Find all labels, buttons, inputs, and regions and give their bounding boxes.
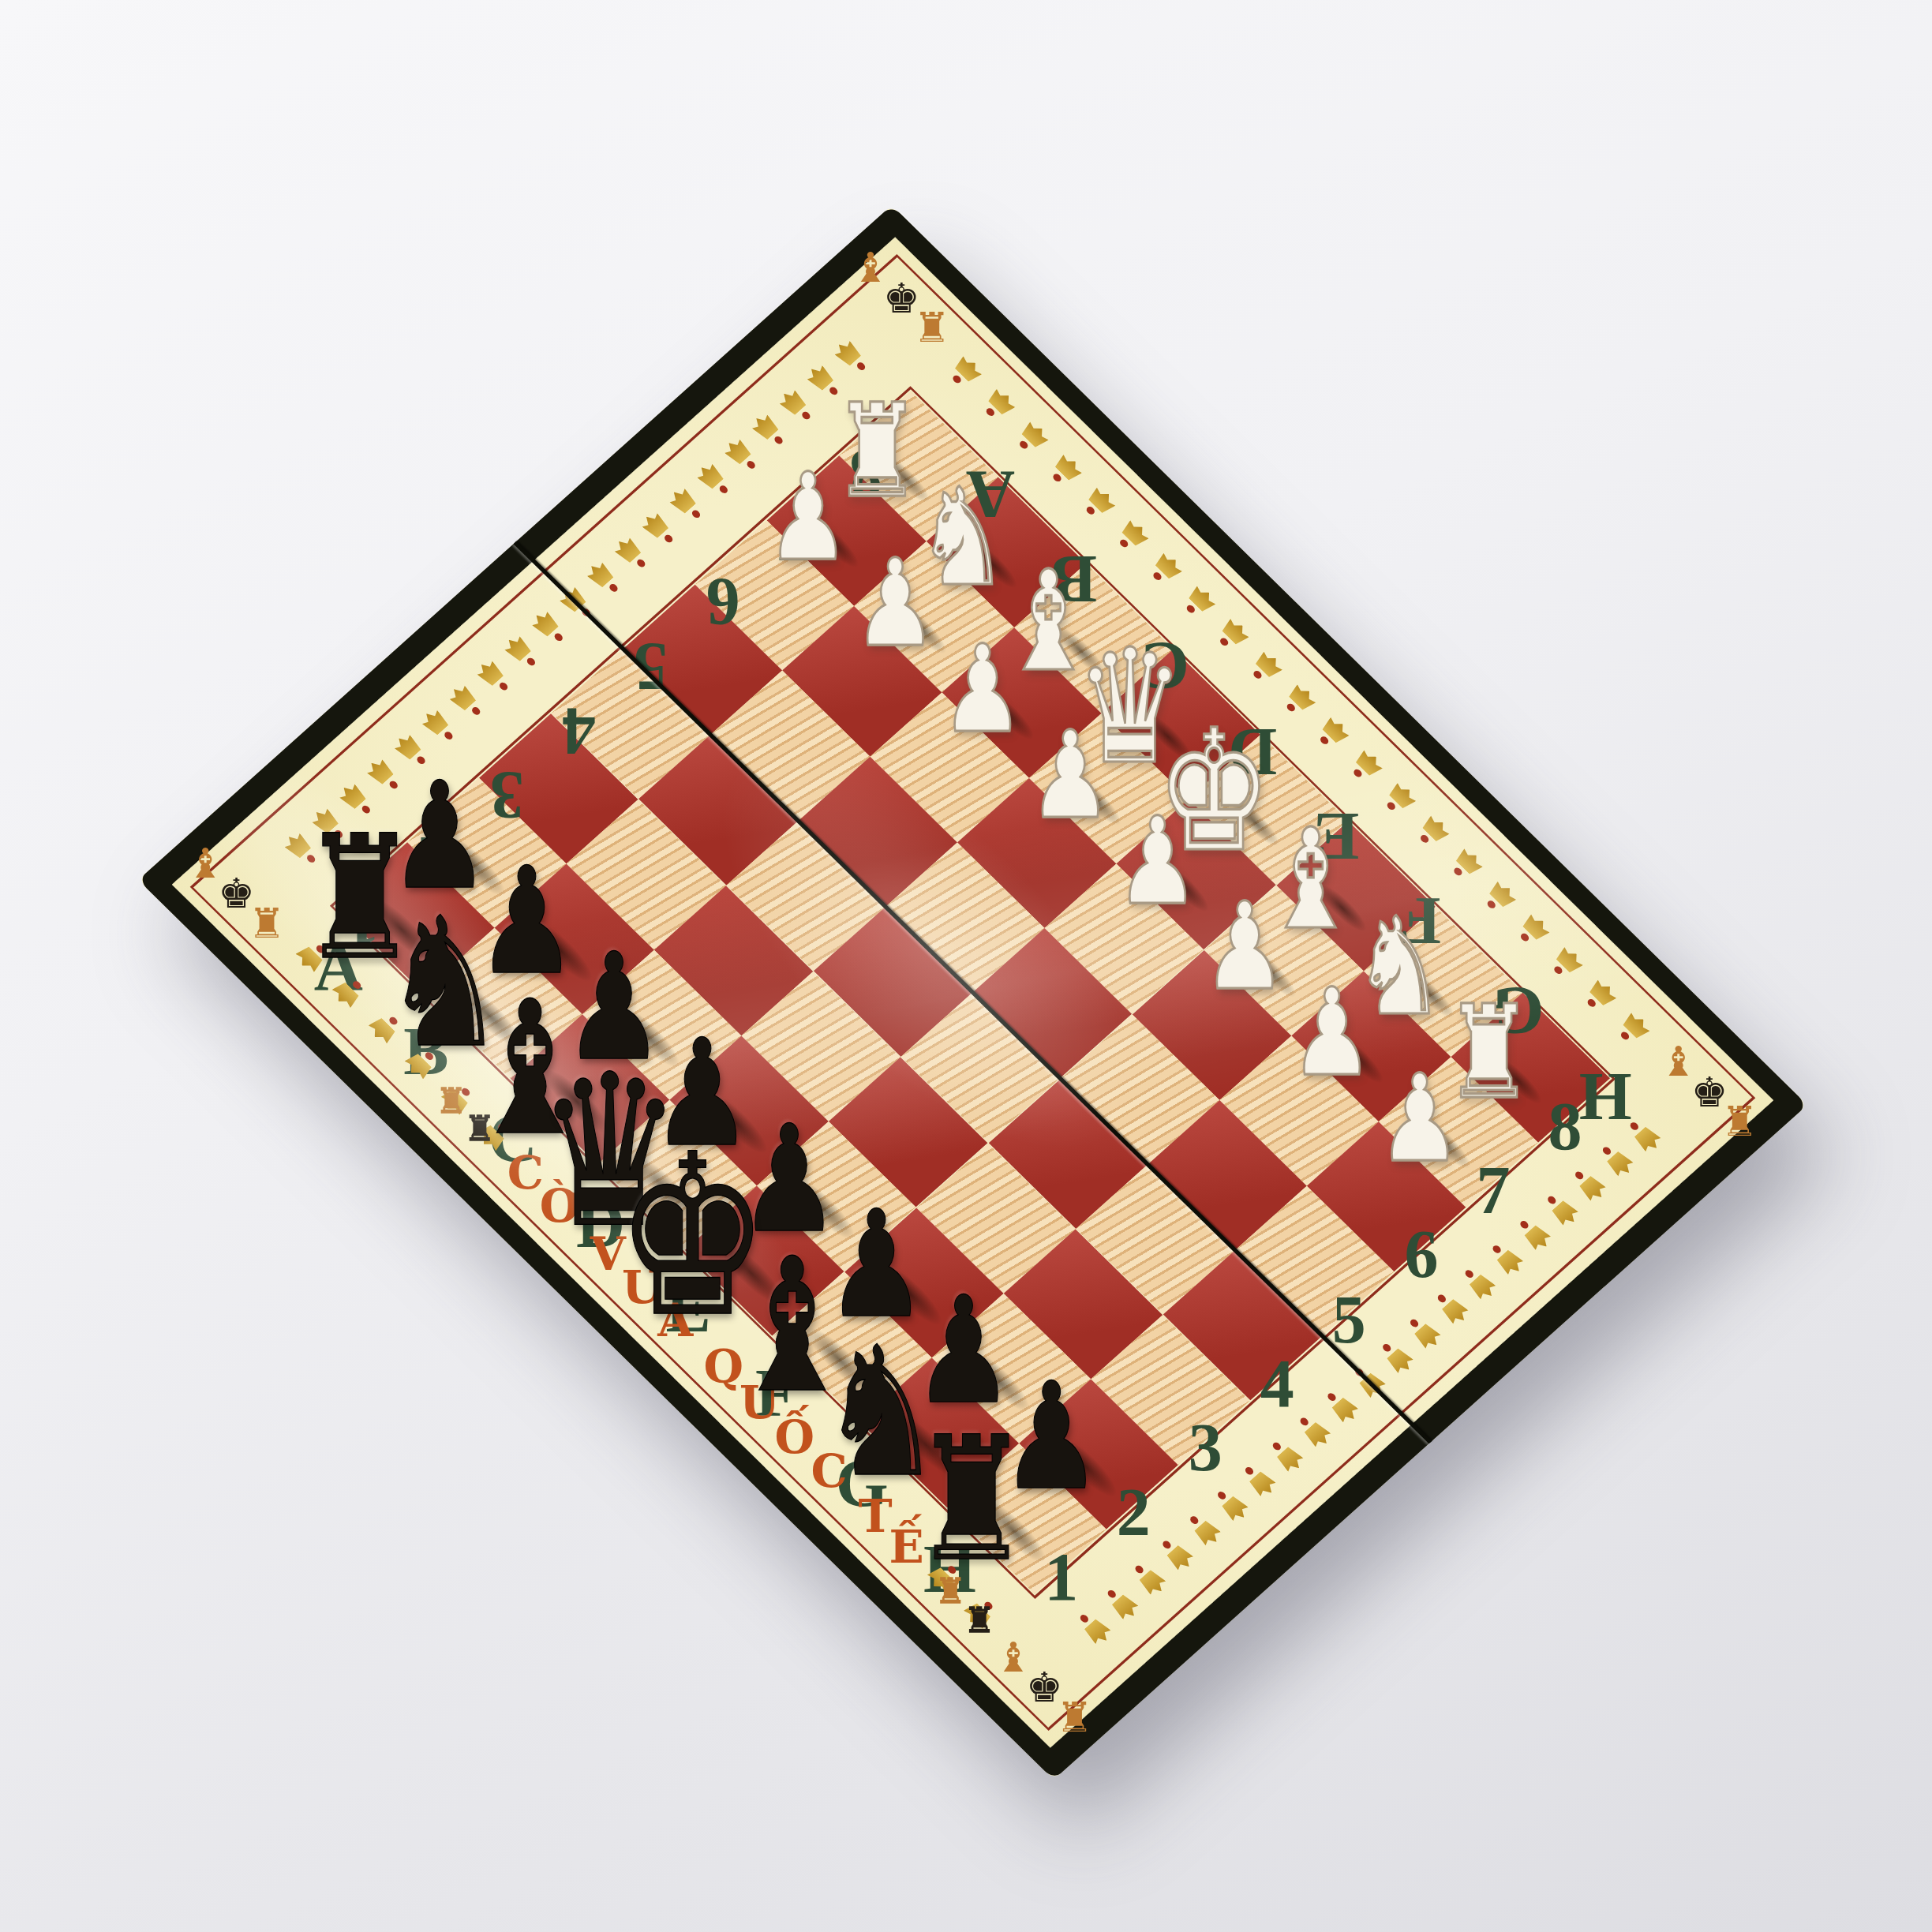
chain-dot (1079, 1613, 1090, 1623)
rook-icon: ♜ (935, 1571, 966, 1611)
title-char: U (739, 1376, 780, 1429)
chain-dot (1133, 1564, 1144, 1574)
chain-dot (1546, 1195, 1557, 1205)
chess-board: AABBCCDDEEFFGGHH1122334455667788♜♜CỜVUAQ… (138, 205, 1807, 1780)
board-shadow: AABBCCDDEEFFGGHH1122334455667788♜♜CỜVUAQ… (0, 0, 1932, 1932)
chain-dot (1216, 1490, 1227, 1500)
chain-dot (1106, 1589, 1118, 1599)
rank-label-8: 8 (1548, 1091, 1582, 1159)
rank-label-far-7: 7 (777, 504, 811, 572)
rank-label-far-2: 2 (418, 826, 452, 894)
chain-dot (1518, 1219, 1529, 1230)
corner-piece-icon: ♜ (1721, 1099, 1758, 1146)
rank-label-6: 6 (1404, 1221, 1438, 1289)
rank-label-far-3: 3 (490, 762, 524, 829)
chain-dot (1299, 1417, 1310, 1427)
rank-label-far-1: 1 (346, 891, 380, 959)
rook-icon: ♜ (436, 1080, 466, 1120)
rank-label-4: 4 (1260, 1350, 1294, 1417)
chain-dot (1381, 1342, 1392, 1353)
title-char: A (657, 1294, 693, 1347)
chain-dot (1436, 1294, 1447, 1304)
rank-label-2: 2 (1117, 1478, 1151, 1546)
rank-label-5: 5 (1332, 1285, 1366, 1353)
file-label-far-b: B (1052, 545, 1097, 612)
chain-dot (1574, 1170, 1585, 1181)
title-char: Q (704, 1341, 744, 1395)
chain-dot (1491, 1244, 1502, 1254)
title-char: C (811, 1444, 847, 1498)
title-char: T (858, 1489, 892, 1543)
chain-dot (1271, 1441, 1282, 1451)
title-char: U (622, 1260, 662, 1314)
rank-label-7: 7 (1476, 1156, 1510, 1224)
title-char: Ố (775, 1410, 815, 1464)
chain-dot (1244, 1466, 1255, 1476)
file-label-far-f: F (1400, 887, 1442, 955)
rank-label-far-6: 6 (706, 569, 739, 637)
title-char: Ế (889, 1521, 924, 1574)
file-label-far-c: C (1140, 632, 1189, 700)
chain-dot (1189, 1515, 1200, 1525)
chain-dot (1161, 1540, 1172, 1550)
rook-icon: ♜ (964, 1599, 995, 1639)
title-char: Ờ (540, 1179, 580, 1233)
title-char: C (507, 1146, 544, 1200)
file-label-far-d: D (1228, 718, 1277, 786)
corner-piece-icon: ♜ (1057, 1694, 1094, 1741)
chain-dot (1629, 1121, 1640, 1131)
file-label-far-h: H (1579, 1063, 1632, 1131)
file-label-far-g: G (1492, 977, 1544, 1045)
corner-piece-icon: ♜ (914, 305, 951, 352)
file-label-far-e: E (1314, 803, 1359, 871)
title-char: V (590, 1226, 625, 1280)
chain-dot (1409, 1318, 1420, 1328)
chain-dot (1464, 1268, 1475, 1279)
rank-label-far-8: 8 (850, 440, 884, 507)
rank-label-far-4: 4 (562, 698, 596, 766)
file-label-far-a: A (966, 460, 1015, 528)
chain-dot (1601, 1145, 1612, 1155)
chain-dot (1326, 1391, 1337, 1402)
rank-label-1: 1 (1044, 1543, 1078, 1611)
photo-backdrop: AABBCCDDEEFFGGHH1122334455667788♜♜CỜVUAQ… (0, 0, 1932, 1932)
rank-label-3: 3 (1189, 1414, 1222, 1482)
rook-icon: ♜ (465, 1108, 496, 1148)
corner-piece-icon: ♜ (249, 900, 286, 947)
